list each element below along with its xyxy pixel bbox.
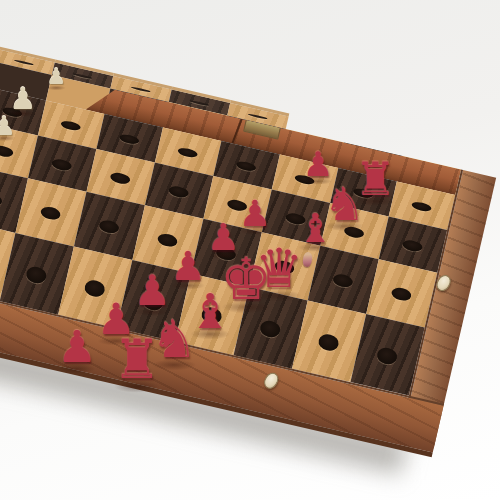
- piece-red-pawn-e3: ♟: [239, 196, 271, 232]
- piece-red-rook-b1: ♜: [113, 333, 161, 387]
- piece-white-pawn-c5: ♟: [46, 66, 66, 88]
- photo-stage: ♟♟♟♟♜♞♝♟♟♛♚♟♟♝♟♞♟♜: [0, 0, 500, 500]
- pieces-layer: ♟♟♟♟♜♞♝♟♟♛♚♟♟♝♟♞♟♜: [0, 0, 500, 500]
- piece-red-pawn-b3: ♟: [133, 270, 171, 312]
- piece-white-pawn-b5: ♟: [10, 84, 37, 114]
- piece-red-pawn-a2: ♟: [57, 325, 96, 369]
- piece-red-pawn-c3: ♟: [170, 246, 206, 286]
- piece-white-pawn-a5: ♟: [0, 113, 16, 139]
